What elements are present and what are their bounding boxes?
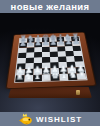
square-e1: ♚ [51, 74, 60, 81]
wishlist-item-card: новые желания ♜♞♝♛♚♝♞♜♟♟♟♟♟♟♟♟♟♟♟♟♟♟♟♟♜♞… [0, 0, 100, 126]
chess-scene: ♜♞♝♛♚♝♞♜♟♟♟♟♟♟♟♟♟♟♟♟♟♟♟♟♜♞♝♛♚♝♞♜ [2, 13, 97, 103]
black-queen: ♛ [42, 34, 50, 43]
black-rook: ♜ [72, 33, 80, 42]
square-a1: ♜ [15, 75, 24, 82]
square-a4 [17, 58, 26, 64]
product-photo[interactable]: ♜♞♝♛♚♝♞♜♟♟♟♟♟♟♟♟♟♟♟♟♟♟♟♟♜♞♝♛♚♝♞♜ [0, 13, 100, 112]
black-knight: ♞ [27, 34, 35, 43]
goldfish-crown-icon [18, 113, 33, 126]
square-d1: ♛ [42, 74, 51, 81]
header-bar: новые желания [0, 0, 100, 13]
square-c1: ♝ [33, 75, 42, 82]
square-h1: ♜ [77, 73, 87, 80]
header-title: новые желания [11, 1, 90, 12]
chess-box-latch [76, 90, 80, 95]
square-b1: ♞ [24, 75, 33, 82]
black-rook: ♜ [19, 34, 27, 43]
wishlist-bar[interactable]: WISHLIST [0, 112, 100, 126]
chess-board-grid: ♜♞♝♛♚♝♞♜♟♟♟♟♟♟♟♟♟♟♟♟♟♟♟♟♜♞♝♛♚♝♞♜ [14, 36, 87, 83]
chess-board: ♜♞♝♛♚♝♞♜♟♟♟♟♟♟♟♟♟♟♟♟♟♟♟♟♜♞♝♛♚♝♞♜ [7, 33, 96, 89]
black-bishop: ♝ [34, 34, 42, 43]
wishlist-label: WISHLIST [36, 115, 82, 124]
